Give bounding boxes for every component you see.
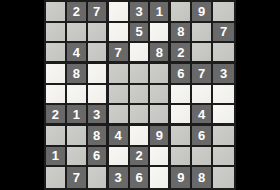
cell-r1c9[interactable] (213, 2, 234, 23)
cell-r5c3[interactable] (88, 85, 109, 106)
letterbox-right (236, 0, 280, 190)
cell-r5c6[interactable] (150, 85, 171, 106)
cell-r7c3: 8 (88, 126, 109, 147)
cell-r9c5: 6 (130, 167, 151, 188)
cell-r5c5[interactable] (130, 85, 151, 106)
cell-r6c5[interactable] (130, 105, 151, 126)
cell-r4c3[interactable] (88, 64, 109, 85)
cell-r2c5: 5 (130, 23, 151, 44)
cell-r6c4[interactable] (109, 105, 130, 126)
cell-r5c7[interactable] (171, 85, 192, 106)
cell-r4c4[interactable] (109, 64, 130, 85)
cell-r3c8[interactable] (192, 43, 213, 64)
cell-r3c6: 8 (150, 43, 171, 64)
cell-r4c6[interactable] (150, 64, 171, 85)
cell-r9c8: 8 (192, 167, 213, 188)
cell-r5c8[interactable] (192, 85, 213, 106)
cell-r2c4[interactable] (109, 23, 130, 44)
cell-r7c4: 4 (109, 126, 130, 147)
cell-r4c5[interactable] (130, 64, 151, 85)
cell-r5c9[interactable] (213, 85, 234, 106)
cell-r2c3[interactable] (88, 23, 109, 44)
cell-r8c2[interactable] (67, 147, 88, 168)
cell-r8c3: 6 (88, 147, 109, 168)
cell-r9c6[interactable] (150, 167, 171, 188)
cell-r4c8: 7 (192, 64, 213, 85)
cell-r8c7[interactable] (171, 147, 192, 168)
cell-r1c1[interactable] (46, 2, 67, 23)
cell-r7c8: 6 (192, 126, 213, 147)
cell-r9c2: 7 (67, 167, 88, 188)
cell-r1c7[interactable] (171, 2, 192, 23)
cell-r2c9: 7 (213, 23, 234, 44)
cell-r7c9[interactable] (213, 126, 234, 147)
cell-r1c5: 3 (130, 2, 151, 23)
cell-r3c3[interactable] (88, 43, 109, 64)
cell-r6c1: 2 (46, 105, 67, 126)
cell-r1c4[interactable] (109, 2, 130, 23)
cell-r9c7: 9 (171, 167, 192, 188)
cell-r7c6: 9 (150, 126, 171, 147)
cell-r4c1[interactable] (46, 64, 67, 85)
cell-r1c2: 2 (67, 2, 88, 23)
cell-r3c9[interactable] (213, 43, 234, 64)
cell-r2c8[interactable] (192, 23, 213, 44)
cell-r3c4: 7 (109, 43, 130, 64)
cell-r1c8: 9 (192, 2, 213, 23)
cell-r9c3[interactable] (88, 167, 109, 188)
cell-r4c9: 3 (213, 64, 234, 85)
cell-r8c8[interactable] (192, 147, 213, 168)
cell-r6c7[interactable] (171, 105, 192, 126)
cell-r8c1: 1 (46, 147, 67, 168)
cell-r2c7: 8 (171, 23, 192, 44)
cell-r6c2: 1 (67, 105, 88, 126)
cell-r9c4: 3 (109, 167, 130, 188)
cell-r8c9[interactable] (213, 147, 234, 168)
cell-r3c1[interactable] (46, 43, 67, 64)
cell-r8c6[interactable] (150, 147, 171, 168)
cell-r3c7: 2 (171, 43, 192, 64)
sudoku-board: 27319587478286732134849616273698 (44, 0, 236, 190)
cell-r2c2[interactable] (67, 23, 88, 44)
cell-r6c6[interactable] (150, 105, 171, 126)
cell-r2c1[interactable] (46, 23, 67, 44)
cell-r6c3: 3 (88, 105, 109, 126)
cell-r2c6[interactable] (150, 23, 171, 44)
cell-r9c9[interactable] (213, 167, 234, 188)
cell-r4c7: 6 (171, 64, 192, 85)
cell-r7c7[interactable] (171, 126, 192, 147)
cell-r5c1[interactable] (46, 85, 67, 106)
cell-r7c5[interactable] (130, 126, 151, 147)
cell-r3c5[interactable] (130, 43, 151, 64)
cell-r7c1[interactable] (46, 126, 67, 147)
cell-r8c5: 2 (130, 147, 151, 168)
cell-r6c9[interactable] (213, 105, 234, 126)
sudoku-screen: 27319587478286732134849616273698 (0, 0, 280, 190)
cell-r4c2: 8 (67, 64, 88, 85)
letterbox-left (0, 0, 44, 190)
cell-r5c2[interactable] (67, 85, 88, 106)
cell-r3c2: 4 (67, 43, 88, 64)
cell-r6c8: 4 (192, 105, 213, 126)
cell-r7c2[interactable] (67, 126, 88, 147)
cell-r8c4[interactable] (109, 147, 130, 168)
cell-r9c1[interactable] (46, 167, 67, 188)
cell-r5c4[interactable] (109, 85, 130, 106)
cell-r1c3: 7 (88, 2, 109, 23)
cell-r1c6: 1 (150, 2, 171, 23)
